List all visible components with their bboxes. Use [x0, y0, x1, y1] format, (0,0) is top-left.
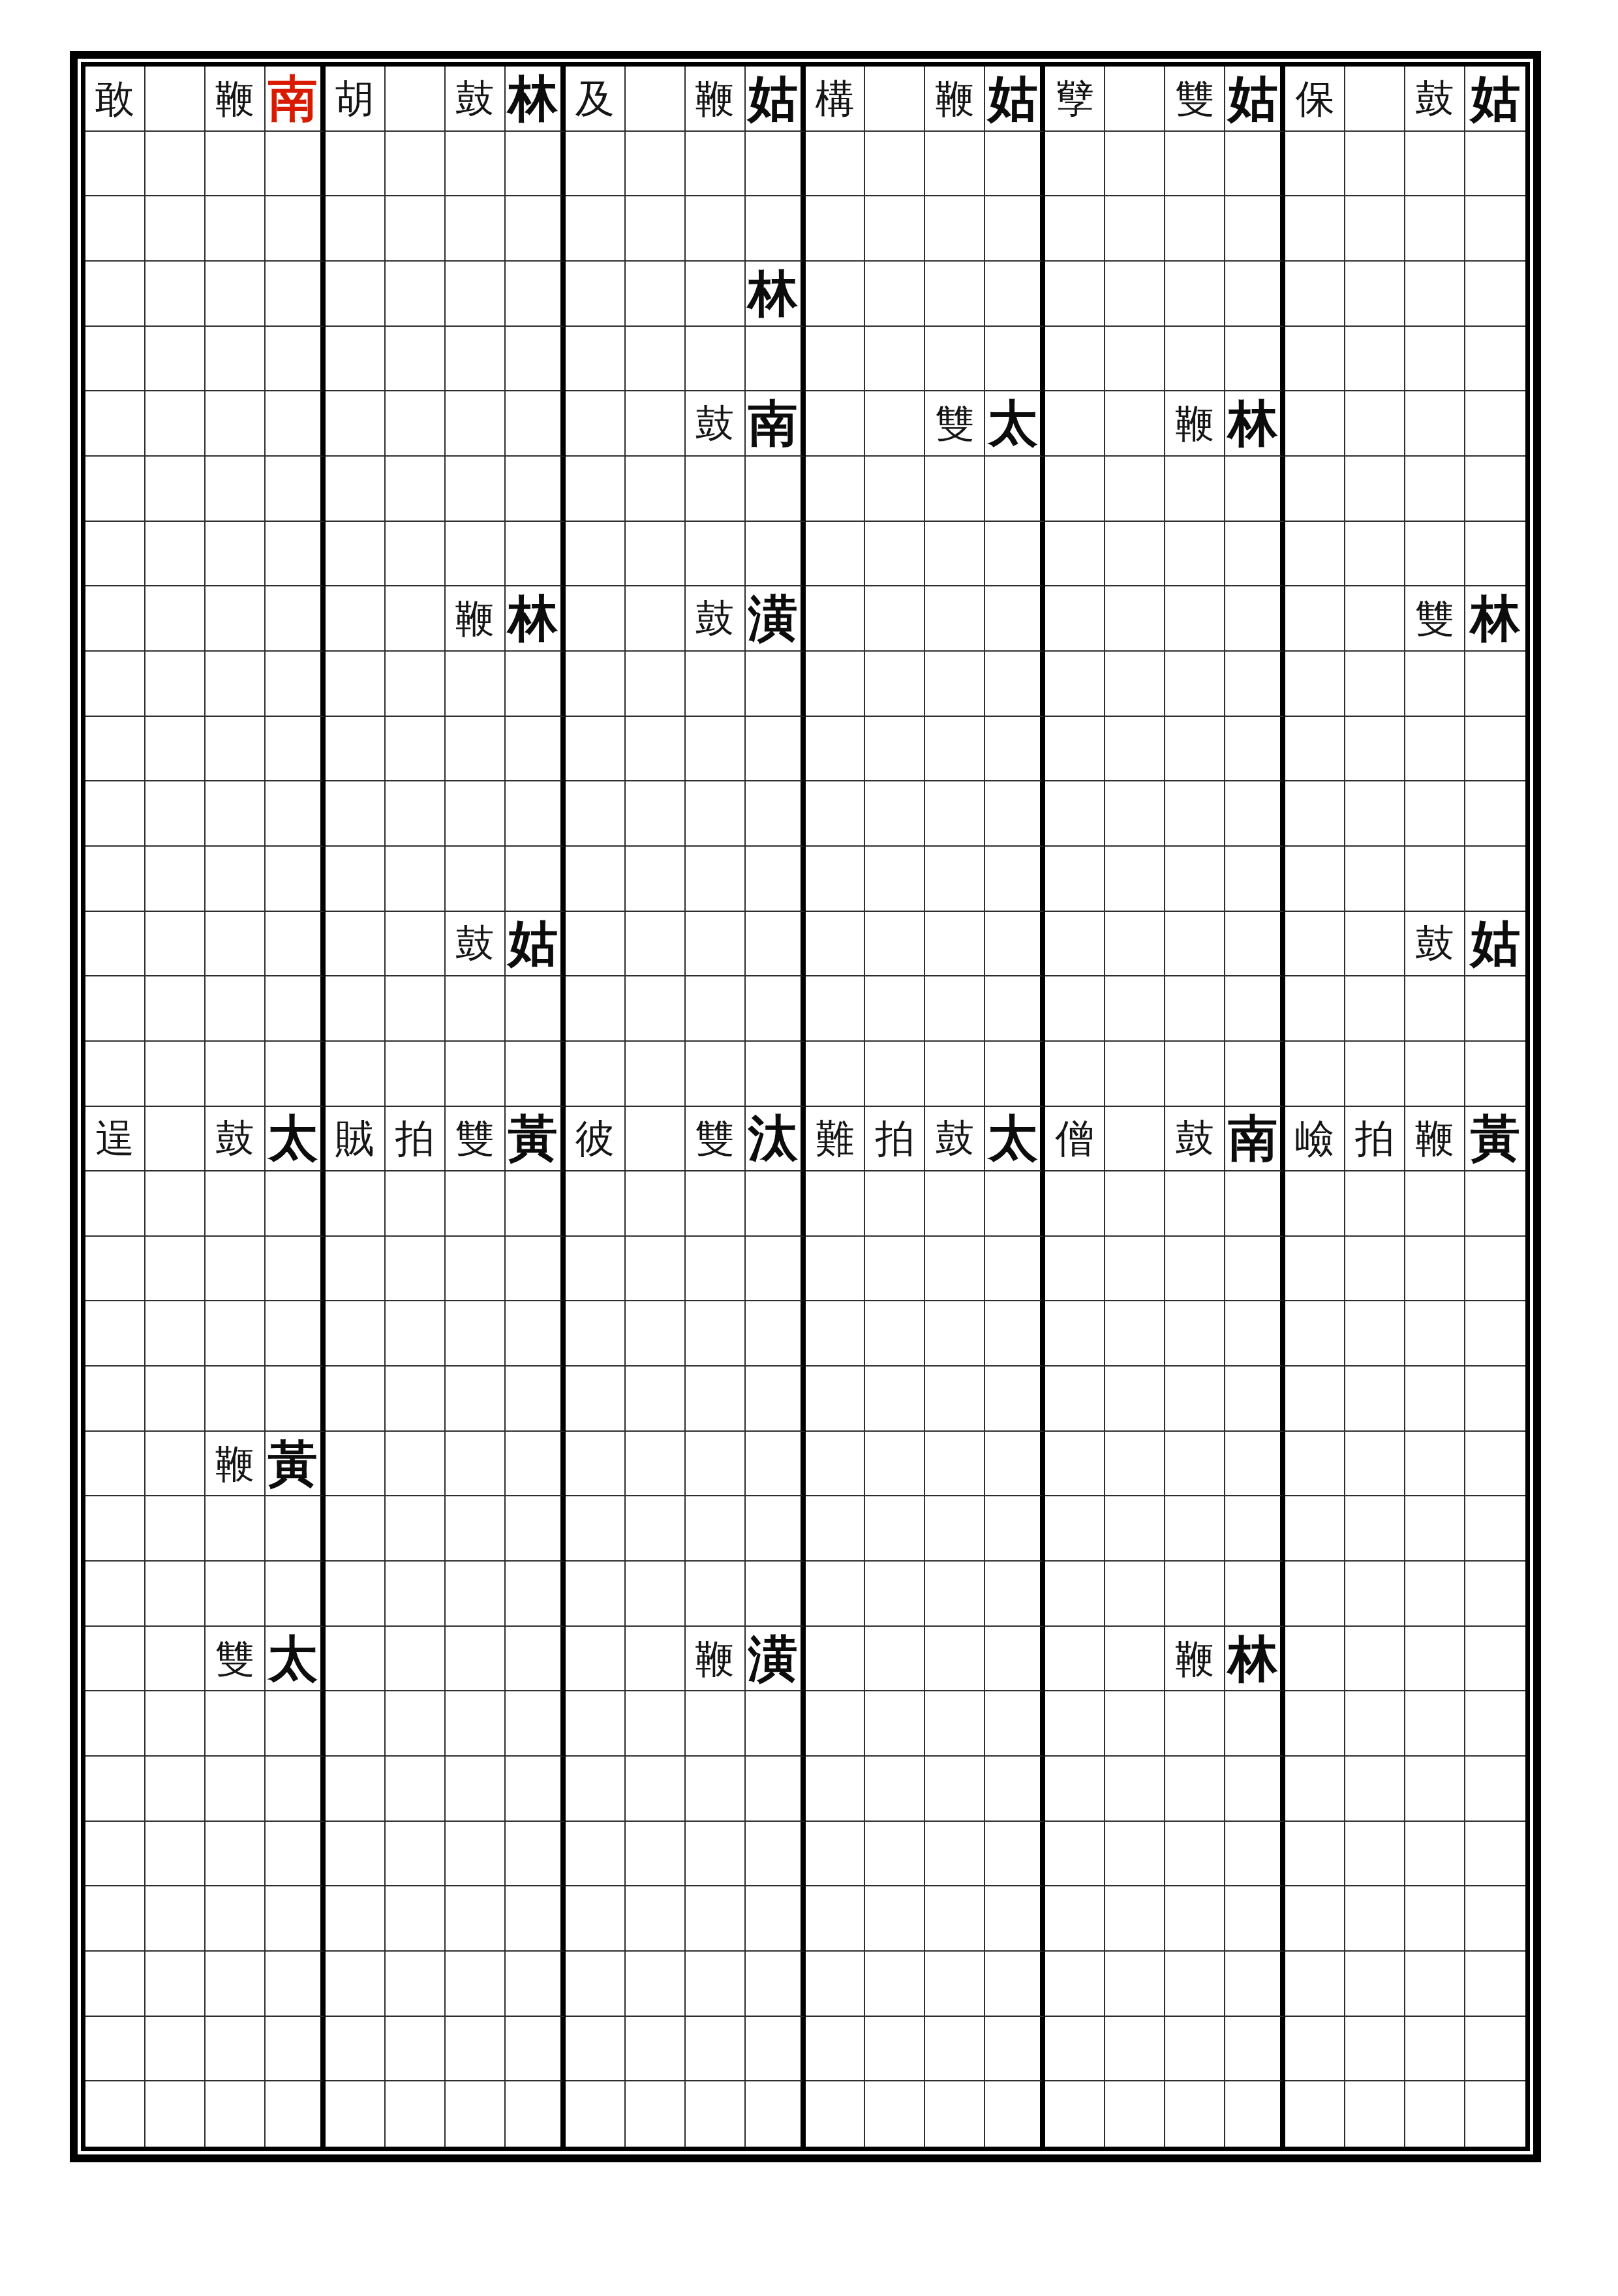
grid-cell	[506, 1432, 566, 1497]
grid-cell	[326, 1367, 386, 1432]
grid-cell	[566, 327, 626, 392]
grid-cell	[1285, 976, 1345, 1042]
grid-cell	[386, 1237, 446, 1302]
grid-cell	[686, 1171, 746, 1237]
grid-cell	[746, 976, 806, 1042]
grid-cell	[145, 522, 206, 587]
grid-cell	[985, 1822, 1045, 1887]
grid-cell	[1045, 2017, 1105, 2082]
grid-cell	[1285, 391, 1345, 457]
grid-cell	[865, 1042, 925, 1107]
grid-cell	[1465, 327, 1525, 392]
grid-cell	[806, 132, 866, 197]
grid-cell	[326, 1562, 386, 1627]
lyric-glyph: 嶮	[1295, 1119, 1334, 1158]
grid-cell	[865, 327, 925, 392]
grid-cell	[1285, 2081, 1345, 2147]
grid-cell	[686, 976, 746, 1042]
grid-cell: 黃	[506, 1107, 566, 1172]
grid-cell	[1165, 1562, 1225, 1627]
grid-cell	[925, 912, 985, 977]
grid-cell: 太	[266, 1627, 326, 1692]
grid-cell	[1225, 1237, 1285, 1302]
grid-cell	[985, 1432, 1045, 1497]
grid-cell	[865, 912, 925, 977]
grid-cell	[1405, 457, 1465, 522]
grid-cell	[865, 1627, 925, 1692]
pitch-glyph: 黃	[268, 1439, 318, 1488]
grid-cell	[865, 1237, 925, 1302]
grid-cell	[746, 652, 806, 717]
grid-cell	[506, 1691, 566, 1757]
grid-cell	[1045, 262, 1105, 327]
grid-cell	[446, 522, 506, 587]
grid-cell	[85, 522, 145, 587]
grid-cell	[326, 1237, 386, 1302]
grid-cell	[686, 1237, 746, 1302]
grid-cell	[1165, 1952, 1225, 2017]
grid-cell	[626, 327, 686, 392]
grid-cell	[746, 2081, 806, 2147]
grid-cell	[1045, 1757, 1105, 1822]
grid-cell	[686, 1432, 746, 1497]
grid-cell	[626, 781, 686, 847]
janggu-glyph: 鼓	[455, 79, 495, 118]
grid-cell: 鼓	[1165, 1107, 1225, 1172]
grid-cell: 嶮	[1285, 1107, 1345, 1172]
grid-cell	[1345, 1627, 1405, 1692]
bak-glyph: 拍	[395, 1119, 435, 1158]
grid-cell	[566, 522, 626, 587]
grid-cell	[206, 1952, 266, 2017]
grid-cell	[985, 1886, 1045, 1952]
grid-cell	[1165, 781, 1225, 847]
grid-cell	[266, 196, 326, 262]
grid-cell	[145, 1496, 206, 1562]
grid-cell	[1225, 1757, 1285, 1822]
grid-cell	[206, 1822, 266, 1887]
grid-cell	[506, 132, 566, 197]
grid-cell	[1345, 1952, 1405, 2017]
grid-cell	[1465, 976, 1525, 1042]
grid-cell	[506, 781, 566, 847]
grid-cell	[985, 1691, 1045, 1757]
grid-cell	[865, 2081, 925, 2147]
grid-cell: 鞭	[446, 586, 506, 652]
grid-cell	[1105, 522, 1165, 587]
grid-cell	[85, 912, 145, 977]
grid-cell	[506, 2081, 566, 2147]
grid-cell	[1405, 196, 1465, 262]
grid-cell	[1345, 2017, 1405, 2082]
lyric-glyph: 敢	[95, 79, 134, 118]
grid-cell: 鼓	[686, 586, 746, 652]
grid-cell	[326, 1042, 386, 1107]
grid-cell	[506, 1042, 566, 1107]
grid-cell	[145, 1627, 206, 1692]
grid-cell	[566, 1886, 626, 1952]
grid-cell	[1045, 1562, 1105, 1627]
grid-cell	[1045, 1691, 1105, 1757]
grid-cell	[1045, 1432, 1105, 1497]
grid-cell	[626, 912, 686, 977]
grid-cell	[566, 2017, 626, 2082]
grid-cell	[865, 1496, 925, 1562]
grid-cell	[1405, 1432, 1465, 1497]
pitch-glyph: 南	[748, 399, 798, 448]
pitch-glyph: 姑	[508, 918, 558, 968]
grid-cell	[686, 1691, 746, 1757]
grid-cell	[206, 1757, 266, 1822]
grid-cell	[806, 847, 866, 912]
grid-cell	[1225, 1822, 1285, 1887]
grid-cell	[206, 391, 266, 457]
grid-cell	[746, 1952, 806, 2017]
grid-cell	[386, 1367, 446, 1432]
grid-cell	[1225, 2017, 1285, 2082]
grid-cell: 鼓	[925, 1107, 985, 1172]
grid-cell: 黃	[1465, 1107, 1525, 1172]
grid-cell	[386, 586, 446, 652]
grid-cell	[746, 717, 806, 782]
grid-cell	[746, 1562, 806, 1627]
grid-cell	[206, 717, 266, 782]
grid-cell	[506, 1496, 566, 1562]
grid-cell: 林	[1465, 586, 1525, 652]
grid-cell	[1225, 1301, 1285, 1367]
grid-cell	[626, 1367, 686, 1432]
grid-cell	[985, 327, 1045, 392]
grid-cell	[1345, 1691, 1405, 1757]
grid-cell	[386, 717, 446, 782]
grid-cell	[1165, 327, 1225, 392]
grid-cell: 雙	[206, 1627, 266, 1692]
grid-cell	[925, 2017, 985, 2082]
grid-cell	[446, 391, 506, 457]
grid-cell	[1165, 1822, 1225, 1887]
grid-cell	[446, 976, 506, 1042]
grid-cell	[326, 1432, 386, 1497]
grid-cell	[85, 976, 145, 1042]
grid-cell	[266, 2017, 326, 2082]
grid-cell	[746, 912, 806, 977]
grid-cell	[1225, 1496, 1285, 1562]
grid-cell: 雙	[1405, 586, 1465, 652]
grid-cell	[626, 976, 686, 1042]
grid-cell	[925, 586, 985, 652]
grid-cell	[865, 1432, 925, 1497]
grid-cell	[506, 652, 566, 717]
grid-cell	[686, 2017, 746, 2082]
grid-cell	[1045, 1886, 1105, 1952]
grid-cell	[1465, 1496, 1525, 1562]
grid-cell	[746, 1171, 806, 1237]
grid-cell	[1105, 1691, 1165, 1757]
grid-cell	[806, 1952, 866, 2017]
grid-cell	[145, 1562, 206, 1627]
grid-cell	[746, 1822, 806, 1887]
grid-cell	[446, 1237, 506, 1302]
grid-cell	[386, 1301, 446, 1367]
grid-cell	[566, 1367, 626, 1432]
grid-cell	[85, 717, 145, 782]
grid-cell	[1285, 1627, 1345, 1692]
grid-cell	[925, 717, 985, 782]
grid-cell	[1165, 1691, 1225, 1757]
grid-cell	[1045, 1301, 1105, 1367]
grid-cell	[446, 1042, 506, 1107]
grid-cell	[1045, 132, 1105, 197]
grid-cell	[985, 1367, 1045, 1432]
grid-cell	[145, 457, 206, 522]
grid-cell	[1045, 781, 1105, 847]
grid-cell	[1465, 1237, 1525, 1302]
grid-cell	[206, 2017, 266, 2082]
grid-cell	[1045, 1042, 1105, 1107]
grid-cell	[446, 1822, 506, 1887]
grid-cell	[985, 1171, 1045, 1237]
grid-cell: 太	[266, 1107, 326, 1172]
grid-cell: 拍	[865, 1107, 925, 1172]
grid-cell	[985, 1757, 1045, 1822]
grid-cell	[1345, 262, 1405, 327]
grid-cell	[686, 1496, 746, 1562]
grid-cell	[1465, 1171, 1525, 1237]
grid-cell	[1465, 781, 1525, 847]
grid-cell	[806, 457, 866, 522]
grid-cell	[686, 1886, 746, 1952]
lyric-glyph: 構	[815, 79, 854, 118]
grid-cell	[326, 457, 386, 522]
grid-cell	[746, 1432, 806, 1497]
grid-cell	[626, 1107, 686, 1172]
lyric-glyph: 彼	[575, 1119, 615, 1158]
grid-cell	[1225, 847, 1285, 912]
grid-cell	[686, 1952, 746, 2017]
grid-cell	[266, 1952, 326, 2017]
grid-cell	[326, 1952, 386, 2017]
pitch-glyph: 黃	[1471, 1113, 1520, 1163]
grid-cell	[85, 847, 145, 912]
grid-cell	[626, 67, 686, 132]
grid-cell	[1045, 1952, 1105, 2017]
grid-cell	[925, 1237, 985, 1302]
grid-cell	[1465, 1562, 1525, 1627]
grid-cell	[326, 1757, 386, 1822]
grid-cell	[1345, 67, 1405, 132]
grid-cell	[806, 1627, 866, 1692]
grid-cell	[1225, 1171, 1285, 1237]
grid-cell	[1105, 1562, 1165, 1627]
grid-cell: 僧	[1045, 1107, 1105, 1172]
grid-cell: 汰	[746, 1107, 806, 1172]
grid-cell	[686, 652, 746, 717]
grid-cell	[1105, 1822, 1165, 1887]
grid-cell	[85, 1562, 145, 1627]
grid-cell	[85, 652, 145, 717]
janggu-glyph: 雙	[935, 404, 974, 443]
grid-cell	[85, 1171, 145, 1237]
grid-cell: 林	[506, 586, 566, 652]
grid-cell	[626, 522, 686, 587]
grid-cell	[746, 1367, 806, 1432]
grid-cell	[626, 391, 686, 457]
grid-cell	[746, 1301, 806, 1367]
janggu-glyph: 鞭	[695, 79, 735, 118]
grid-cell	[566, 132, 626, 197]
grid-cell	[266, 717, 326, 782]
grid-cell	[626, 1237, 686, 1302]
grid-cell	[1405, 262, 1465, 327]
grid-cell: 南	[266, 67, 326, 132]
grid-cell	[446, 1496, 506, 1562]
grid-cell	[746, 457, 806, 522]
grid-cell	[1105, 262, 1165, 327]
grid-cell: 構	[806, 67, 866, 132]
grid-cell	[206, 781, 266, 847]
grid-cell	[1405, 1171, 1465, 1237]
grid-cell	[386, 781, 446, 847]
grid-cell	[865, 717, 925, 782]
grid-cell	[1465, 1432, 1525, 1497]
grid-cell	[446, 1757, 506, 1822]
grid-cell	[1225, 912, 1285, 977]
grid-cell	[806, 262, 866, 327]
grid-cell	[1345, 976, 1405, 1042]
grid-cell	[506, 1562, 566, 1627]
grid-cell	[326, 391, 386, 457]
grid-cell	[85, 781, 145, 847]
grid-cell	[446, 1562, 506, 1627]
pitch-glyph: 林	[508, 594, 558, 643]
grid-cell	[1465, 522, 1525, 587]
grid-cell	[145, 1301, 206, 1367]
grid-cell	[1285, 327, 1345, 392]
grid-cell: 潢	[746, 1627, 806, 1692]
grid-cell	[865, 1562, 925, 1627]
grid-cell	[686, 1822, 746, 1887]
grid-cell	[1165, 1367, 1225, 1432]
grid-cell	[206, 586, 266, 652]
grid-cell	[626, 1627, 686, 1692]
grid-cell	[206, 457, 266, 522]
grid-cell	[1405, 391, 1465, 457]
grid-cell	[566, 781, 626, 847]
grid-cell	[925, 522, 985, 587]
grid-cell	[506, 2017, 566, 2082]
lyric-glyph: 賊	[335, 1119, 374, 1158]
grid-cell: 林	[1225, 391, 1285, 457]
grid-cell	[506, 976, 566, 1042]
grid-cell	[1345, 1171, 1405, 1237]
grid-cell	[506, 1627, 566, 1692]
grid-cell	[865, 652, 925, 717]
grid-cell	[1285, 1237, 1345, 1302]
janggu-glyph: 鞭	[1415, 1119, 1454, 1158]
grid-cell	[85, 1432, 145, 1497]
grid-cell: 林	[1225, 1627, 1285, 1692]
grid-cell	[206, 132, 266, 197]
grid-cell: 鞭	[1165, 1627, 1225, 1692]
grid-cell	[386, 457, 446, 522]
grid-cell	[925, 1952, 985, 2017]
grid-cell	[566, 847, 626, 912]
grid-cell	[446, 327, 506, 392]
grid-cell	[386, 1562, 446, 1627]
grid-cell	[446, 1952, 506, 2017]
grid-cell	[865, 1757, 925, 1822]
grid-cell	[145, 1432, 206, 1497]
grid-cell	[206, 976, 266, 1042]
grid-cell	[1165, 586, 1225, 652]
grid-cell	[985, 522, 1045, 587]
grid-cell	[686, 1367, 746, 1432]
grid-cell	[566, 717, 626, 782]
grid-cell	[925, 781, 985, 847]
grid-cell	[386, 2017, 446, 2082]
grid-cell	[145, 262, 206, 327]
grid-cell	[506, 196, 566, 262]
grid-cell	[865, 1301, 925, 1367]
grid-cell	[1405, 847, 1465, 912]
grid-cell	[566, 457, 626, 522]
grid-cell	[506, 1952, 566, 2017]
grid-cell: 鞭	[206, 1432, 266, 1497]
grid-cell	[1465, 196, 1525, 262]
grid-cell	[1105, 196, 1165, 262]
grid-cell: 鞭	[686, 1627, 746, 1692]
grid-cell	[326, 2081, 386, 2147]
grid-cell	[145, 717, 206, 782]
grid-cell	[266, 2081, 326, 2147]
grid-cell	[1045, 1367, 1105, 1432]
grid-cell: 保	[1285, 67, 1345, 132]
grid-cell	[1285, 1432, 1345, 1497]
grid-cell	[1405, 1886, 1465, 1952]
grid-cell	[1105, 1886, 1165, 1952]
grid-cell	[386, 1691, 446, 1757]
grid-cell	[1045, 522, 1105, 587]
grid-cell	[566, 1952, 626, 2017]
grid-cell	[686, 522, 746, 587]
grid-cell	[626, 1171, 686, 1237]
grid-cell	[1105, 1107, 1165, 1172]
grid-cell	[865, 67, 925, 132]
grid-cell	[1045, 586, 1105, 652]
grid-cell	[865, 976, 925, 1042]
grid-cell	[686, 781, 746, 847]
grid-cell	[386, 522, 446, 587]
grid-cell	[1165, 847, 1225, 912]
grid-cell	[386, 132, 446, 197]
grid-cell	[1165, 1301, 1225, 1367]
grid-cell: 彼	[566, 1107, 626, 1172]
grid-cell	[1405, 327, 1465, 392]
grid-cell	[1165, 522, 1225, 587]
grid-cell	[206, 912, 266, 977]
grid-cell	[446, 652, 506, 717]
grid-cell	[806, 1757, 866, 1822]
grid-cell	[506, 1301, 566, 1367]
grid-cell	[206, 522, 266, 587]
grid-cell: 胡	[326, 67, 386, 132]
grid-cell	[1345, 1432, 1405, 1497]
grid-cell	[626, 1432, 686, 1497]
grid-cell	[446, 1627, 506, 1692]
grid-cell	[806, 1432, 866, 1497]
grid-cell	[746, 1496, 806, 1562]
grid-cell	[1105, 586, 1165, 652]
